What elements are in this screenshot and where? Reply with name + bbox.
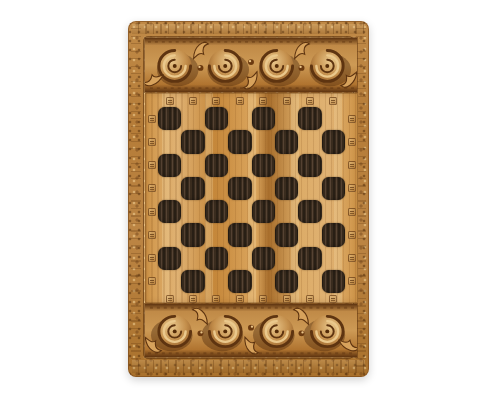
coordinate-stamp-left-5	[148, 231, 156, 239]
coordinate-stamp-bottom-3	[236, 295, 244, 303]
dark-board-square	[275, 177, 298, 200]
light-board-square	[158, 177, 181, 200]
dark-board-square	[181, 130, 204, 153]
light-board-square	[252, 223, 275, 246]
coordinate-stamp-right-0	[348, 115, 356, 123]
coordinate-stamp-left-7	[148, 277, 156, 285]
dark-board-square	[181, 223, 204, 246]
light-board-square	[252, 130, 275, 153]
light-board-square	[228, 247, 251, 270]
coordinate-stamp-bottom-2	[212, 295, 220, 303]
coordinate-stamp-left-3	[148, 184, 156, 192]
dark-board-square	[181, 177, 204, 200]
light-board-square	[158, 270, 181, 293]
light-board-square	[275, 154, 298, 177]
light-board-square	[205, 177, 228, 200]
light-board-square	[322, 200, 345, 223]
light-board-square	[158, 130, 181, 153]
light-board-square	[228, 107, 251, 130]
carved-scroll-band-top	[144, 37, 358, 93]
coordinate-stamp-left-6	[148, 254, 156, 262]
dark-board-square	[181, 270, 204, 293]
light-board-square	[181, 200, 204, 223]
coordinate-stamp-right-5	[348, 231, 356, 239]
light-board-square	[298, 177, 321, 200]
coordinate-stamp-right-2	[348, 161, 356, 169]
light-board-square	[205, 223, 228, 246]
dark-board-square	[275, 223, 298, 246]
coordinate-stamp-bottom-7	[329, 295, 337, 303]
dark-board-square	[275, 130, 298, 153]
dark-board-square	[252, 247, 275, 270]
coordinate-stamp-bottom-4	[259, 295, 267, 303]
dark-board-square	[322, 177, 345, 200]
dark-board-square	[298, 247, 321, 270]
coordinate-stamp-top-7	[329, 97, 337, 105]
frame-frieze-bottom	[132, 360, 365, 373]
light-board-square	[275, 247, 298, 270]
dark-board-square	[322, 130, 345, 153]
dark-board-square	[298, 107, 321, 130]
coordinate-stamp-top-5	[283, 97, 291, 105]
coordinate-stamp-left-1	[148, 138, 156, 146]
light-board-square	[228, 200, 251, 223]
light-board-square	[181, 154, 204, 177]
playing-field	[145, 93, 358, 303]
light-board-square	[205, 130, 228, 153]
coordinate-stamp-bottom-1	[189, 295, 197, 303]
light-board-square	[322, 107, 345, 130]
dark-board-square	[298, 200, 321, 223]
light-board-square	[322, 247, 345, 270]
dark-board-square	[205, 107, 228, 130]
dark-board-square	[252, 200, 275, 223]
dark-board-square	[228, 223, 251, 246]
light-board-square	[322, 154, 345, 177]
coordinate-stamp-left-4	[148, 208, 156, 216]
coordinate-stamp-top-1	[189, 97, 197, 105]
dark-board-square	[158, 107, 181, 130]
acanthus-scroll-carving-icon	[145, 304, 357, 357]
coordinate-stamp-right-3	[348, 184, 356, 192]
dark-board-square	[322, 270, 345, 293]
light-board-square	[252, 270, 275, 293]
photo-background	[0, 0, 500, 400]
dark-board-square	[228, 270, 251, 293]
coordinate-stamp-bottom-0	[166, 295, 174, 303]
board-grid	[158, 107, 345, 293]
light-board-square	[298, 270, 321, 293]
light-board-square	[181, 107, 204, 130]
dark-board-square	[205, 154, 228, 177]
dark-board-square	[298, 154, 321, 177]
coordinate-stamp-right-6	[348, 254, 356, 262]
coordinate-stamp-left-2	[148, 161, 156, 169]
coordinate-stamp-top-6	[306, 97, 314, 105]
dark-board-square	[205, 247, 228, 270]
coordinate-stamp-right-4	[348, 208, 356, 216]
light-board-square	[205, 270, 228, 293]
coordinate-stamp-bottom-6	[306, 295, 314, 303]
coordinate-stamp-top-0	[166, 97, 174, 105]
dark-board-square	[322, 223, 345, 246]
dark-board-square	[252, 107, 275, 130]
coordinate-stamp-top-2	[212, 97, 220, 105]
light-board-square	[228, 154, 251, 177]
frame-frieze-top	[132, 24, 365, 34]
dark-board-square	[228, 130, 251, 153]
frame-frieze-left	[131, 25, 141, 373]
dark-board-square	[158, 154, 181, 177]
light-board-square	[275, 107, 298, 130]
light-board-square	[298, 130, 321, 153]
light-board-square	[252, 177, 275, 200]
light-board-square	[181, 247, 204, 270]
carved-scroll-band-bottom	[144, 303, 358, 358]
carved-wooden-game-board	[128, 21, 369, 377]
dark-board-square	[158, 247, 181, 270]
coordinate-stamp-bottom-5	[283, 295, 291, 303]
coordinate-stamp-top-3	[236, 97, 244, 105]
dark-board-square	[205, 200, 228, 223]
coordinate-stamp-left-0	[148, 115, 156, 123]
dark-board-square	[275, 270, 298, 293]
light-board-square	[275, 200, 298, 223]
dark-board-square	[252, 154, 275, 177]
coordinate-stamp-right-1	[348, 138, 356, 146]
coordinate-stamp-top-4	[259, 97, 267, 105]
coordinate-stamp-right-7	[348, 277, 356, 285]
acanthus-scroll-carving-icon	[145, 38, 357, 92]
light-board-square	[298, 223, 321, 246]
light-board-square	[158, 223, 181, 246]
dark-board-square	[158, 200, 181, 223]
dark-board-square	[228, 177, 251, 200]
